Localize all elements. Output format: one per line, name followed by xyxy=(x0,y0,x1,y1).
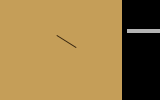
checkers-board[interactable] xyxy=(2,0,122,100)
checkers-game-window xyxy=(0,0,160,100)
engine-output-panel xyxy=(122,0,160,100)
move-history-block xyxy=(122,74,160,78)
status-line xyxy=(122,74,160,78)
board-area xyxy=(0,0,122,100)
best-move-bar[interactable] xyxy=(127,29,160,33)
